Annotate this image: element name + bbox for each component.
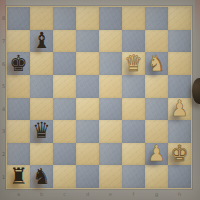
- square-d3[interactable]: [76, 120, 99, 143]
- square-f8[interactable]: [122, 7, 145, 30]
- square-c6[interactable]: [53, 52, 76, 75]
- rank-label-4: 4: [0, 98, 7, 121]
- rank-label-2: 2: [0, 143, 7, 166]
- square-d8[interactable]: [76, 7, 99, 30]
- square-e2[interactable]: [99, 143, 122, 166]
- file-labels: abcdefgh: [7, 189, 191, 199]
- square-h4[interactable]: ♟: [168, 98, 191, 121]
- square-g5[interactable]: [145, 75, 168, 98]
- square-g1[interactable]: [145, 165, 168, 188]
- square-a6[interactable]: ♚: [7, 52, 30, 75]
- rank-labels: 87654321: [0, 7, 7, 188]
- square-a4[interactable]: [7, 98, 30, 121]
- square-h7[interactable]: [168, 30, 191, 53]
- file-label-c: c: [53, 189, 76, 199]
- square-c2[interactable]: [53, 143, 76, 166]
- square-d5[interactable]: [76, 75, 99, 98]
- square-a1[interactable]: ♜: [7, 165, 30, 188]
- board-photo: 87654321 abcdefgh ♝♚♛♞♟♛♟♚♜♞: [0, 0, 200, 200]
- square-f3[interactable]: [122, 120, 145, 143]
- square-c4[interactable]: [53, 98, 76, 121]
- white-knight[interactable]: ♞: [148, 51, 166, 73]
- square-e7[interactable]: [99, 30, 122, 53]
- square-g6[interactable]: ♞: [145, 52, 168, 75]
- black-rook[interactable]: ♜: [10, 164, 28, 186]
- chess-board: ♝♚♛♞♟♛♟♚♜♞: [7, 7, 191, 188]
- square-g2[interactable]: ♟: [145, 143, 168, 166]
- rank-label-3: 3: [0, 120, 7, 143]
- file-label-d: d: [76, 189, 99, 199]
- square-b7[interactable]: ♝: [30, 30, 53, 53]
- square-a8[interactable]: [7, 7, 30, 30]
- edge-captured-piece: [192, 78, 200, 104]
- square-f1[interactable]: [122, 165, 145, 188]
- black-knight[interactable]: ♞: [33, 164, 51, 186]
- square-h2[interactable]: ♚: [168, 143, 191, 166]
- file-label-e: e: [99, 189, 122, 199]
- square-d6[interactable]: [76, 52, 99, 75]
- square-c8[interactable]: [53, 7, 76, 30]
- square-b6[interactable]: [30, 52, 53, 75]
- square-g8[interactable]: [145, 7, 168, 30]
- square-c3[interactable]: [53, 120, 76, 143]
- square-f6[interactable]: ♛: [122, 52, 145, 75]
- square-c5[interactable]: [53, 75, 76, 98]
- square-a3[interactable]: [7, 120, 30, 143]
- square-e6[interactable]: [99, 52, 122, 75]
- white-king[interactable]: ♚: [171, 142, 189, 164]
- square-d7[interactable]: [76, 30, 99, 53]
- square-e8[interactable]: [99, 7, 122, 30]
- square-e4[interactable]: [99, 98, 122, 121]
- white-pawn[interactable]: ♟: [171, 96, 189, 118]
- square-a5[interactable]: [7, 75, 30, 98]
- rank-label-7: 7: [0, 30, 7, 53]
- square-e5[interactable]: [99, 75, 122, 98]
- square-c7[interactable]: [53, 30, 76, 53]
- square-e1[interactable]: [99, 165, 122, 188]
- square-f4[interactable]: [122, 98, 145, 121]
- rank-label-6: 6: [0, 52, 7, 75]
- square-d4[interactable]: [76, 98, 99, 121]
- file-label-g: g: [145, 189, 168, 199]
- square-h6[interactable]: [168, 52, 191, 75]
- rank-label-8: 8: [0, 7, 7, 30]
- white-pawn[interactable]: ♟: [148, 142, 166, 164]
- square-g4[interactable]: [145, 98, 168, 121]
- white-queen[interactable]: ♛: [125, 51, 143, 73]
- square-h1[interactable]: [168, 165, 191, 188]
- file-label-a: a: [7, 189, 30, 199]
- square-b1[interactable]: ♞: [30, 165, 53, 188]
- square-c1[interactable]: [53, 165, 76, 188]
- square-e3[interactable]: [99, 120, 122, 143]
- square-f5[interactable]: [122, 75, 145, 98]
- file-label-h: h: [168, 189, 191, 199]
- square-h8[interactable]: [168, 7, 191, 30]
- square-f2[interactable]: [122, 143, 145, 166]
- square-b5[interactable]: [30, 75, 53, 98]
- rank-label-1: 1: [0, 165, 7, 188]
- square-d2[interactable]: [76, 143, 99, 166]
- file-label-f: f: [122, 189, 145, 199]
- square-b3[interactable]: ♛: [30, 120, 53, 143]
- black-bishop[interactable]: ♝: [33, 29, 51, 51]
- black-king[interactable]: ♚: [10, 51, 28, 73]
- file-label-b: b: [30, 189, 53, 199]
- square-d1[interactable]: [76, 165, 99, 188]
- black-queen[interactable]: ♛: [33, 119, 51, 141]
- rank-label-5: 5: [0, 75, 7, 98]
